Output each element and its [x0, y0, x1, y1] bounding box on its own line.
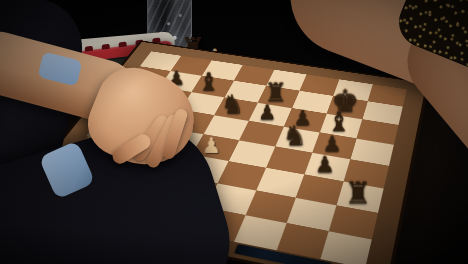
square-h7[interactable]: [362, 101, 403, 125]
chess-match-scene: ♜ ♟ ♟ ♟♝♜♚♞♟♟♝♝♟♞♟♜♟♟♝♟♟♞♜♚♟♟: [0, 0, 468, 264]
piece-bp[interactable]: ♟: [314, 155, 334, 176]
square-g3[interactable]: [296, 175, 344, 206]
piece-bn[interactable]: ♞: [220, 92, 243, 117]
square-h2[interactable]: [329, 205, 378, 239]
piece-bb[interactable]: ♝: [197, 70, 219, 94]
piece-bn[interactable]: ♞: [282, 122, 307, 148]
square-f2[interactable]: [246, 191, 296, 224]
piece-bp[interactable]: ♟: [258, 103, 276, 122]
square-g1[interactable]: [277, 223, 329, 259]
piece-br[interactable]: ♜: [344, 179, 371, 208]
square-h6[interactable]: [356, 119, 398, 144]
